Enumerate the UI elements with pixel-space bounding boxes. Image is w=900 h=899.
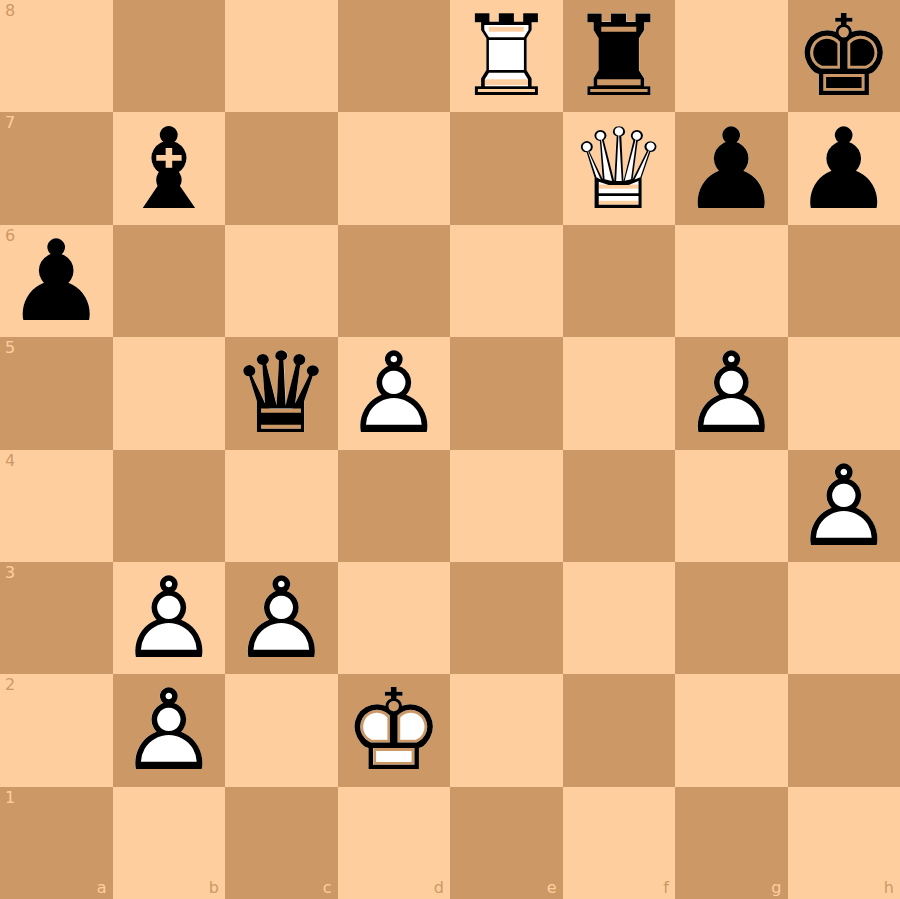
square-e6[interactable]: [450, 225, 563, 337]
square-d3[interactable]: [338, 562, 451, 674]
square-d6[interactable]: [338, 225, 451, 337]
square-d2[interactable]: ♚♔: [338, 674, 451, 786]
square-b4[interactable]: [113, 450, 226, 562]
piece-white-pawn-b2[interactable]: ♟♙: [113, 674, 226, 786]
square-g7[interactable]: ♙♟: [675, 112, 788, 224]
rank-label-4: 4: [5, 453, 15, 469]
white-pawn-line-glyph: ♙: [338, 337, 451, 449]
rank-label-2: 2: [5, 677, 15, 693]
square-e7[interactable]: [450, 112, 563, 224]
white-pawn-line-glyph: ♙: [225, 562, 338, 674]
square-e3[interactable]: [450, 562, 563, 674]
square-b7[interactable]: ♗♝: [113, 112, 226, 224]
white-queen-line-glyph: ♕: [563, 112, 676, 224]
file-label-e: e: [547, 880, 557, 896]
square-e2[interactable]: [450, 674, 563, 786]
black-queen-line-glyph: ♛: [225, 337, 338, 449]
square-h2[interactable]: [788, 674, 900, 786]
square-g2[interactable]: [675, 674, 788, 786]
piece-black-king-h8[interactable]: ♔♚: [788, 0, 900, 112]
piece-white-pawn-g5[interactable]: ♟♙: [675, 337, 788, 449]
square-f6[interactable]: [563, 225, 676, 337]
square-h8[interactable]: ♔♚: [788, 0, 900, 112]
file-label-d: d: [434, 880, 444, 896]
square-f8[interactable]: ♖♜: [563, 0, 676, 112]
square-g3[interactable]: [675, 562, 788, 674]
square-g4[interactable]: [675, 450, 788, 562]
square-d4[interactable]: [338, 450, 451, 562]
square-e1[interactable]: e: [450, 787, 563, 899]
square-h3[interactable]: [788, 562, 900, 674]
rank-label-3: 3: [5, 565, 15, 581]
piece-white-pawn-b3[interactable]: ♟♙: [113, 562, 226, 674]
square-h5[interactable]: [788, 337, 900, 449]
square-h7[interactable]: ♙♟: [788, 112, 900, 224]
square-g1[interactable]: g: [675, 787, 788, 899]
piece-black-pawn-h7[interactable]: ♙♟: [788, 112, 900, 224]
white-pawn-line-glyph: ♙: [113, 562, 226, 674]
square-a2[interactable]: 2: [0, 674, 113, 786]
square-a5[interactable]: 5: [0, 337, 113, 449]
square-g6[interactable]: [675, 225, 788, 337]
piece-black-rook-f8[interactable]: ♖♜: [563, 0, 676, 112]
square-e4[interactable]: [450, 450, 563, 562]
square-h1[interactable]: h: [788, 787, 900, 899]
square-a8[interactable]: 8: [0, 0, 113, 112]
square-b5[interactable]: [113, 337, 226, 449]
piece-white-rook-e8[interactable]: ♜♖: [450, 0, 563, 112]
square-a4[interactable]: 4: [0, 450, 113, 562]
square-f2[interactable]: [563, 674, 676, 786]
white-king-line-glyph: ♔: [338, 674, 451, 786]
square-g8[interactable]: [675, 0, 788, 112]
white-rook-line-glyph: ♖: [450, 0, 563, 112]
square-c3[interactable]: ♟♙: [225, 562, 338, 674]
square-f7[interactable]: ♛♕: [563, 112, 676, 224]
square-a3[interactable]: 3: [0, 562, 113, 674]
square-h4[interactable]: ♟♙: [788, 450, 900, 562]
file-label-c: c: [323, 880, 332, 896]
black-pawn-line-glyph: ♟: [0, 225, 113, 337]
square-d5[interactable]: ♟♙: [338, 337, 451, 449]
file-label-h: h: [884, 880, 894, 896]
square-f1[interactable]: f: [563, 787, 676, 899]
black-bishop-line-glyph: ♝: [113, 112, 226, 224]
square-c2[interactable]: [225, 674, 338, 786]
square-a6[interactable]: 6♙♟: [0, 225, 113, 337]
square-c8[interactable]: [225, 0, 338, 112]
square-c4[interactable]: [225, 450, 338, 562]
square-c5[interactable]: ♕♛: [225, 337, 338, 449]
rank-label-8: 8: [5, 3, 15, 19]
square-c1[interactable]: c: [225, 787, 338, 899]
square-d7[interactable]: [338, 112, 451, 224]
file-label-g: g: [771, 880, 781, 896]
piece-white-pawn-h4[interactable]: ♟♙: [788, 450, 900, 562]
piece-black-pawn-g7[interactable]: ♙♟: [675, 112, 788, 224]
square-c6[interactable]: [225, 225, 338, 337]
square-b6[interactable]: [113, 225, 226, 337]
piece-black-pawn-a6[interactable]: ♙♟: [0, 225, 113, 337]
piece-black-queen-c5[interactable]: ♕♛: [225, 337, 338, 449]
square-b3[interactable]: ♟♙: [113, 562, 226, 674]
square-e8[interactable]: ♜♖: [450, 0, 563, 112]
chess-board: 8♜♖♖♜♔♚7♗♝♛♕♙♟♙♟6♙♟5♕♛♟♙♟♙4♟♙3♟♙♟♙2♟♙♚♔1…: [0, 0, 900, 899]
square-f4[interactable]: [563, 450, 676, 562]
white-pawn-line-glyph: ♙: [113, 674, 226, 786]
file-label-b: b: [209, 880, 219, 896]
square-g5[interactable]: ♟♙: [675, 337, 788, 449]
piece-black-bishop-b7[interactable]: ♗♝: [113, 112, 226, 224]
piece-white-queen-f7[interactable]: ♛♕: [563, 112, 676, 224]
square-h6[interactable]: [788, 225, 900, 337]
square-f3[interactable]: [563, 562, 676, 674]
black-rook-line-glyph: ♜: [563, 0, 676, 112]
square-a7[interactable]: 7: [0, 112, 113, 224]
square-e5[interactable]: [450, 337, 563, 449]
file-label-a: a: [97, 880, 107, 896]
rank-label-1: 1: [5, 790, 15, 806]
square-b2[interactable]: ♟♙: [113, 674, 226, 786]
piece-white-king-d2[interactable]: ♚♔: [338, 674, 451, 786]
square-b8[interactable]: [113, 0, 226, 112]
square-d8[interactable]: [338, 0, 451, 112]
square-b1[interactable]: b: [113, 787, 226, 899]
piece-white-pawn-d5[interactable]: ♟♙: [338, 337, 451, 449]
file-label-f: f: [663, 880, 669, 896]
square-d1[interactable]: d: [338, 787, 451, 899]
rank-label-5: 5: [5, 340, 15, 356]
white-pawn-line-glyph: ♙: [788, 450, 900, 562]
square-c7[interactable]: [225, 112, 338, 224]
square-a1[interactable]: 1a: [0, 787, 113, 899]
white-pawn-line-glyph: ♙: [675, 337, 788, 449]
black-king-line-glyph: ♚: [788, 0, 900, 112]
piece-white-pawn-c3[interactable]: ♟♙: [225, 562, 338, 674]
rank-label-7: 7: [5, 115, 15, 131]
black-pawn-line-glyph: ♟: [788, 112, 900, 224]
black-pawn-line-glyph: ♟: [675, 112, 788, 224]
square-f5[interactable]: [563, 337, 676, 449]
